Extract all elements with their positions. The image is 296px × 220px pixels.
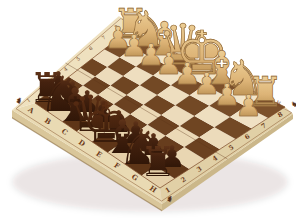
chess-set-photo: AABBCCDDEEFFGGHH1122334455667788♞♞♞ ♜♞♟♝… (0, 0, 296, 220)
board-svg: AABBCCDDEEFFGGHH1122334455667788♞♞♞ (0, 0, 296, 220)
